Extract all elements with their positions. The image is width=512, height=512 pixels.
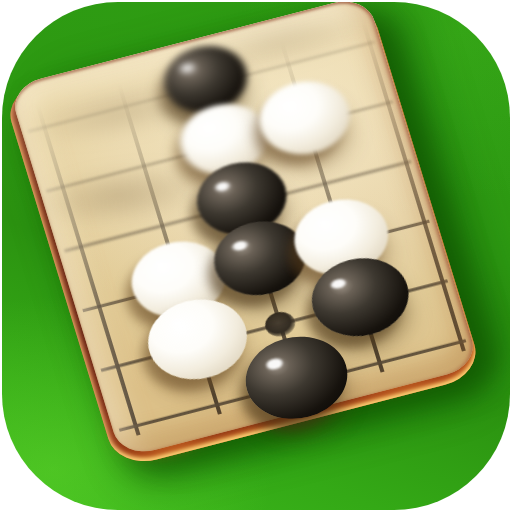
app-icon[interactable] <box>2 2 510 510</box>
star-point <box>262 309 298 339</box>
board-tilt <box>8 2 480 459</box>
specular-highlight <box>214 181 230 193</box>
page-background <box>0 0 512 512</box>
specular-highlight <box>281 99 294 109</box>
specular-highlight <box>330 278 348 291</box>
specular-highlight <box>201 120 214 129</box>
specular-highlight <box>231 240 248 252</box>
specular-highlight <box>317 217 331 227</box>
specular-highlight <box>179 63 194 74</box>
specular-highlight <box>265 357 284 370</box>
specular-highlight <box>154 259 168 269</box>
specular-highlight <box>171 318 186 329</box>
grid-line-vertical <box>35 104 140 436</box>
